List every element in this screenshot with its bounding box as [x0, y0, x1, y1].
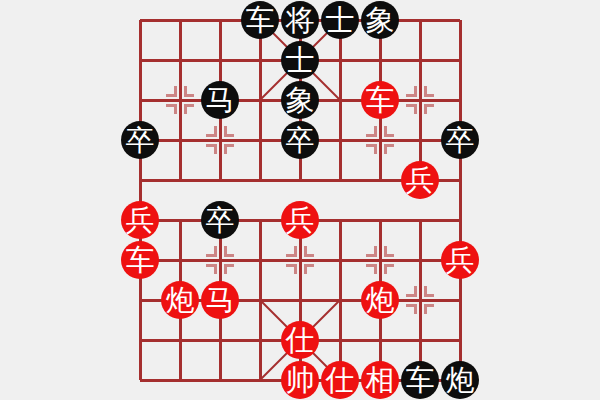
- piece-red-soldier[interactable]: 兵: [401, 161, 439, 199]
- piece-red-cannon[interactable]: 炮: [361, 281, 399, 319]
- piece-red-advisor[interactable]: 仕: [321, 361, 359, 399]
- piece-black-horse[interactable]: 马: [201, 81, 239, 119]
- piece-black-general[interactable]: 将: [281, 1, 319, 39]
- piece-red-elephant[interactable]: 相: [361, 361, 399, 399]
- piece-black-elephant[interactable]: 象: [361, 1, 399, 39]
- piece-red-advisor[interactable]: 仕: [281, 321, 319, 359]
- piece-red-soldier[interactable]: 兵: [441, 241, 479, 279]
- piece-black-soldier[interactable]: 卒: [201, 201, 239, 239]
- piece-black-chariot[interactable]: 车: [241, 1, 279, 39]
- piece-black-elephant[interactable]: 象: [281, 81, 319, 119]
- piece-black-cannon[interactable]: 炮: [441, 361, 479, 399]
- piece-black-chariot[interactable]: 车: [401, 361, 439, 399]
- xiangqi-app: 车将士象士马象车卒卒卒兵兵卒兵车兵炮马炮仕帅仕相车炮: [0, 0, 600, 400]
- piece-black-advisor[interactable]: 士: [281, 41, 319, 79]
- xiangqi-board: 车将士象士马象车卒卒卒兵兵卒兵车兵炮马炮仕帅仕相车炮: [0, 0, 600, 400]
- piece-black-soldier[interactable]: 卒: [121, 121, 159, 159]
- piece-red-chariot[interactable]: 车: [361, 81, 399, 119]
- piece-red-general[interactable]: 帅: [281, 361, 319, 399]
- board-grid[interactable]: 车将士象士马象车卒卒卒兵兵卒兵车兵炮马炮仕帅仕相车炮: [120, 0, 480, 400]
- piece-black-soldier[interactable]: 卒: [281, 121, 319, 159]
- piece-red-soldier[interactable]: 兵: [121, 201, 159, 239]
- piece-red-chariot[interactable]: 车: [121, 241, 159, 279]
- piece-black-soldier[interactable]: 卒: [441, 121, 479, 159]
- piece-black-advisor[interactable]: 士: [321, 1, 359, 39]
- piece-red-cannon[interactable]: 炮: [161, 281, 199, 319]
- piece-red-soldier[interactable]: 兵: [281, 201, 319, 239]
- piece-red-horse[interactable]: 马: [201, 281, 239, 319]
